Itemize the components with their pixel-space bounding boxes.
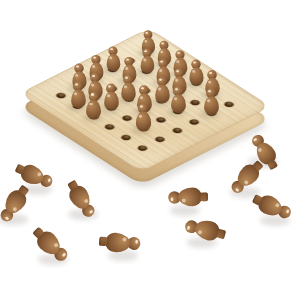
peg-on-board[interactable] (103, 83, 119, 109)
peg-on-board[interactable] (170, 87, 186, 114)
hole[interactable] (222, 101, 235, 108)
hole[interactable] (171, 127, 184, 134)
hole[interactable] (121, 115, 134, 122)
peg-on-board[interactable] (106, 47, 121, 72)
peg-body (121, 83, 136, 101)
peg-body (105, 231, 131, 252)
peg-body (136, 111, 151, 130)
hole[interactable] (153, 136, 166, 143)
hole[interactable] (55, 92, 68, 99)
peg-body (104, 91, 119, 110)
peg-stub (99, 237, 107, 246)
loose-peg[interactable] (66, 182, 100, 221)
peg-body (193, 218, 221, 243)
peg-stub (200, 193, 207, 201)
hole[interactable] (188, 118, 201, 125)
peg-on-board[interactable] (154, 77, 170, 103)
peg-body (189, 68, 203, 86)
peg-on-board[interactable] (203, 88, 219, 115)
peg-body (86, 100, 101, 119)
loose-peg[interactable] (33, 227, 73, 267)
peg-body (106, 54, 120, 71)
hole[interactable] (189, 99, 202, 106)
hole[interactable] (154, 116, 167, 123)
loose-peg[interactable] (0, 187, 31, 226)
peg-on-board[interactable] (86, 92, 102, 119)
loose-peg[interactable] (183, 215, 222, 244)
loose-peg[interactable] (255, 191, 292, 223)
peg-body (170, 95, 185, 114)
peg-on-board[interactable] (139, 49, 154, 74)
hole[interactable] (136, 144, 149, 151)
peg-body (204, 96, 219, 115)
peg-on-board[interactable] (135, 103, 151, 131)
peg-on-board[interactable] (121, 75, 137, 101)
loose-peg[interactable] (105, 231, 141, 255)
peg-body (178, 188, 202, 207)
hole[interactable] (104, 123, 117, 130)
peg-body (154, 84, 169, 102)
loose-peg[interactable] (226, 161, 263, 198)
loose-peg[interactable] (168, 188, 201, 208)
peg-body (140, 56, 154, 73)
peg-body (70, 89, 85, 108)
peg-on-board[interactable] (189, 60, 204, 85)
hole[interactable] (120, 134, 133, 141)
peg-on-board[interactable] (70, 82, 86, 108)
peg-solitaire-photo (0, 0, 292, 292)
peg-stub (216, 229, 226, 239)
